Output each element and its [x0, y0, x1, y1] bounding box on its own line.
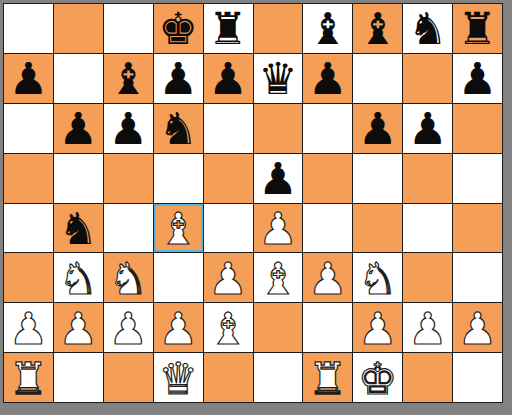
black-king: ♚ — [158, 5, 197, 52]
white-bishop: ♝ — [208, 305, 247, 352]
square-r6-c9[interactable]: ♟ — [453, 303, 502, 352]
square-r0-c4[interactable]: ♜ — [204, 4, 253, 53]
square-r7-c7[interactable]: ♚ — [353, 353, 402, 402]
black-rook: ♜ — [208, 5, 247, 52]
square-r4-c4[interactable] — [204, 204, 253, 253]
square-r2-c6[interactable] — [303, 104, 352, 153]
black-knight: ♞ — [59, 205, 98, 252]
square-r6-c8[interactable]: ♟ — [403, 303, 452, 352]
square-r5-c6[interactable]: ♟ — [303, 253, 352, 302]
square-r3-c2[interactable] — [104, 154, 153, 203]
square-r5-c5[interactable]: ♝ — [254, 253, 303, 302]
square-r3-c9[interactable] — [453, 154, 502, 203]
square-r5-c1[interactable]: ♞ — [54, 253, 103, 302]
white-knight: ♞ — [358, 255, 397, 302]
white-pawn: ♟ — [158, 305, 197, 352]
black-queen: ♛ — [258, 55, 297, 102]
black-pawn: ♟ — [458, 55, 497, 102]
square-r0-c7[interactable]: ♝ — [353, 4, 402, 53]
white-pawn: ♟ — [109, 305, 148, 352]
white-pawn: ♟ — [308, 255, 347, 302]
chess-board: ♚♜♝♝♞♜♟♝♟♟♛♟♟♟♟♞♟♟♟♞♝♟♞♞♟♝♟♞♟♟♟♟♝♟♟♟♜♛♜♚ — [3, 3, 503, 403]
square-r7-c8[interactable] — [403, 353, 452, 402]
square-r1-c5[interactable]: ♛ — [254, 54, 303, 103]
square-r3-c3[interactable] — [154, 154, 203, 203]
black-pawn: ♟ — [408, 105, 447, 152]
square-r1-c8[interactable] — [403, 54, 452, 103]
white-pawn: ♟ — [358, 305, 397, 352]
square-r2-c7[interactable]: ♟ — [353, 104, 402, 153]
white-rook: ♜ — [9, 355, 48, 402]
square-r5-c4[interactable]: ♟ — [204, 253, 253, 302]
square-r4-c6[interactable] — [303, 204, 352, 253]
square-r2-c9[interactable] — [453, 104, 502, 153]
square-r1-c6[interactable]: ♟ — [303, 54, 352, 103]
square-r7-c4[interactable] — [204, 353, 253, 402]
black-pawn: ♟ — [158, 55, 197, 102]
square-r1-c7[interactable] — [353, 54, 402, 103]
white-bishop: ♝ — [258, 255, 297, 302]
square-r2-c8[interactable]: ♟ — [403, 104, 452, 153]
square-r0-c0[interactable] — [4, 4, 53, 53]
black-bishop: ♝ — [358, 5, 397, 52]
square-r4-c2[interactable] — [104, 204, 153, 253]
square-r7-c3[interactable]: ♛ — [154, 353, 203, 402]
white-queen: ♛ — [158, 355, 197, 402]
square-r4-c5[interactable]: ♟ — [254, 204, 303, 253]
square-r2-c5[interactable] — [254, 104, 303, 153]
square-r7-c6[interactable]: ♜ — [303, 353, 352, 402]
white-king: ♚ — [358, 355, 397, 402]
square-r5-c7[interactable]: ♞ — [353, 253, 402, 302]
square-r5-c0[interactable] — [4, 253, 53, 302]
square-r7-c9[interactable] — [453, 353, 502, 402]
black-pawn: ♟ — [109, 105, 148, 152]
white-knight: ♞ — [59, 255, 98, 302]
square-r4-c7[interactable] — [353, 204, 402, 253]
square-r3-c1[interactable] — [54, 154, 103, 203]
white-pawn: ♟ — [59, 305, 98, 352]
square-r4-c9[interactable] — [453, 204, 502, 253]
square-r7-c1[interactable] — [54, 353, 103, 402]
white-rook: ♜ — [308, 355, 347, 402]
square-r3-c7[interactable] — [353, 154, 402, 203]
square-r5-c9[interactable] — [453, 253, 502, 302]
square-r1-c3[interactable]: ♟ — [154, 54, 203, 103]
square-r3-c0[interactable] — [4, 154, 53, 203]
square-r0-c5[interactable] — [254, 4, 303, 53]
square-r1-c1[interactable] — [54, 54, 103, 103]
black-pawn: ♟ — [308, 55, 347, 102]
square-r3-c6[interactable] — [303, 154, 352, 203]
square-r0-c9[interactable]: ♜ — [453, 4, 502, 53]
square-r4-c0[interactable] — [4, 204, 53, 253]
square-r2-c4[interactable] — [204, 104, 253, 153]
square-r1-c2[interactable]: ♝ — [104, 54, 153, 103]
white-pawn: ♟ — [458, 305, 497, 352]
square-r5-c2[interactable]: ♞ — [104, 253, 153, 302]
black-pawn: ♟ — [59, 105, 98, 152]
square-r5-c3[interactable] — [154, 253, 203, 302]
black-pawn: ♟ — [258, 155, 297, 202]
square-r6-c1[interactable]: ♟ — [54, 303, 103, 352]
square-r0-c2[interactable] — [104, 4, 153, 53]
black-bishop: ♝ — [109, 55, 148, 102]
square-r0-c8[interactable]: ♞ — [403, 4, 452, 53]
white-pawn: ♟ — [208, 255, 247, 302]
square-r2-c3[interactable]: ♞ — [154, 104, 203, 153]
black-knight: ♞ — [158, 105, 197, 152]
white-bishop: ♝ — [158, 205, 197, 252]
square-r4-c1[interactable]: ♞ — [54, 204, 103, 253]
black-bishop: ♝ — [308, 5, 347, 52]
black-pawn: ♟ — [358, 105, 397, 152]
black-pawn: ♟ — [208, 55, 247, 102]
square-r1-c4[interactable]: ♟ — [204, 54, 253, 103]
square-r4-c8[interactable] — [403, 204, 452, 253]
square-r2-c2[interactable]: ♟ — [104, 104, 153, 153]
white-pawn: ♟ — [408, 305, 447, 352]
square-r0-c1[interactable] — [54, 4, 103, 53]
square-r2-c1[interactable]: ♟ — [54, 104, 103, 153]
square-r2-c0[interactable] — [4, 104, 53, 153]
square-r1-c0[interactable]: ♟ — [4, 54, 53, 103]
square-r7-c5[interactable] — [254, 353, 303, 402]
black-pawn: ♟ — [9, 55, 48, 102]
square-r0-c6[interactable]: ♝ — [303, 4, 352, 53]
square-r4-c3-highlighted[interactable]: ♝ — [154, 204, 203, 253]
white-pawn: ♟ — [9, 305, 48, 352]
white-pawn: ♟ — [258, 205, 297, 252]
square-r5-c8[interactable] — [403, 253, 452, 302]
square-r6-c6[interactable] — [303, 303, 352, 352]
black-knight: ♞ — [408, 5, 447, 52]
square-r6-c4[interactable]: ♝ — [204, 303, 253, 352]
square-r3-c5[interactable]: ♟ — [254, 154, 303, 203]
square-r6-c0[interactable]: ♟ — [4, 303, 53, 352]
square-r1-c9[interactable]: ♟ — [453, 54, 502, 103]
square-r6-c3[interactable]: ♟ — [154, 303, 203, 352]
square-r7-c0[interactable]: ♜ — [4, 353, 53, 402]
square-r6-c7[interactable]: ♟ — [353, 303, 402, 352]
square-r6-c5[interactable] — [254, 303, 303, 352]
black-rook: ♜ — [458, 5, 497, 52]
board-frame: ♚♜♝♝♞♜♟♝♟♟♛♟♟♟♟♞♟♟♟♞♝♟♞♞♟♝♟♞♟♟♟♟♝♟♟♟♜♛♜♚ — [0, 0, 512, 415]
white-knight: ♞ — [109, 255, 148, 302]
square-r0-c3[interactable]: ♚ — [154, 4, 203, 53]
square-r6-c2[interactable]: ♟ — [104, 303, 153, 352]
square-r3-c4[interactable] — [204, 154, 253, 203]
square-r7-c2[interactable] — [104, 353, 153, 402]
square-r3-c8[interactable] — [403, 154, 452, 203]
